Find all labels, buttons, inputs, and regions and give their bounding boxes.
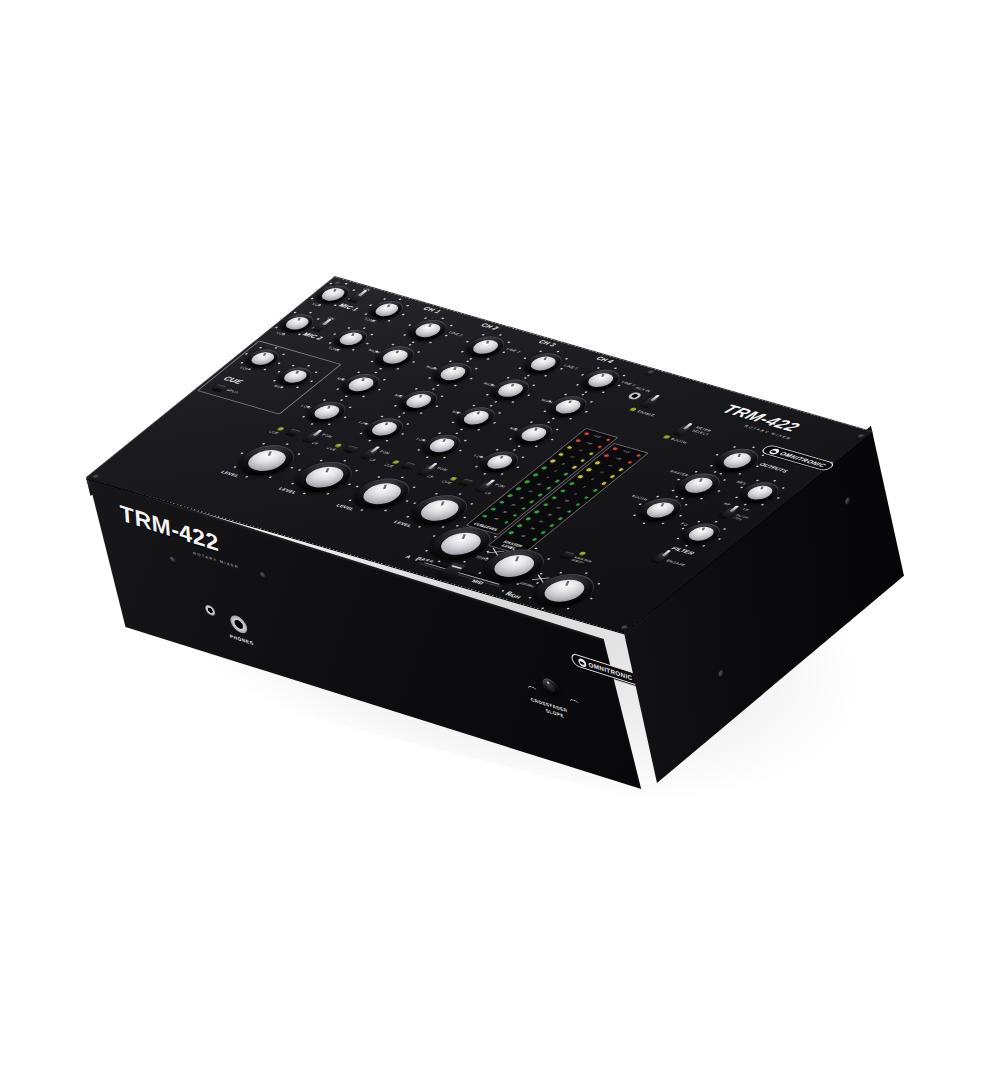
screw xyxy=(845,496,851,506)
meter-led xyxy=(627,461,633,464)
meter-led xyxy=(560,489,566,492)
meter-scale-label: -40 xyxy=(489,517,501,522)
knob-ticks xyxy=(659,509,661,510)
channel-name: CH 2 xyxy=(479,322,500,331)
channel-level-label: LEVEL xyxy=(334,503,355,511)
eq-low-knob[interactable] xyxy=(358,415,410,442)
meter-scale-label: -25 xyxy=(506,503,518,508)
meter-led xyxy=(575,503,581,506)
channel-cue-label: CUE xyxy=(267,430,279,435)
assign-cf-label: CF xyxy=(483,491,492,495)
meter-scale-label: -10 xyxy=(560,499,572,504)
knob-ticks xyxy=(266,460,268,461)
meter-led xyxy=(524,480,530,483)
channel-cue-label: CUE xyxy=(382,463,394,468)
knob-ticks xyxy=(700,533,702,534)
assign-pgm-label: PGM xyxy=(320,433,333,439)
meter-scale-label: 0 xyxy=(586,478,598,483)
meter-led xyxy=(546,486,552,489)
knob-ticks xyxy=(542,363,544,364)
meter-led xyxy=(601,482,607,485)
channel-cue-label: CUE xyxy=(440,480,452,485)
meter-led xyxy=(532,473,538,476)
eq-knob-label: LOW xyxy=(468,453,485,460)
meter-scale-label: -10 xyxy=(532,482,544,487)
meter-scale-label: -25 xyxy=(534,520,546,525)
channel-name: CH 3 xyxy=(537,339,558,348)
meter-led xyxy=(508,531,514,534)
product-photo-scene: TRM-422 ROTARY MIXER PHONES CROSSFADER S… xyxy=(0,0,1000,1080)
phones-label: PHONES xyxy=(229,634,254,647)
assign-pgm-label: PGM xyxy=(493,483,506,489)
eq-knob-label: HIGH xyxy=(421,364,438,371)
meter-led xyxy=(515,487,521,490)
meter-led xyxy=(609,475,615,478)
channel-level-label: LEVEL xyxy=(219,470,240,478)
knob-ticks xyxy=(567,406,569,407)
knob-ticks xyxy=(498,461,500,462)
meter-led xyxy=(551,496,557,499)
eq-mid-knob[interactable] xyxy=(508,421,560,448)
meter-led xyxy=(529,500,535,503)
meter-scale-label: +3 xyxy=(595,471,607,476)
meter-led xyxy=(534,510,540,513)
meter-scale-label: +6 xyxy=(603,464,615,469)
assign-pgm-label: PGM xyxy=(378,450,391,456)
knob-ticks xyxy=(417,400,419,401)
channel-cue-button[interactable] xyxy=(401,462,416,470)
knob-ticks xyxy=(394,356,396,357)
meter-led xyxy=(516,524,522,527)
meter-led xyxy=(612,447,618,450)
channel-assign-toggle[interactable] xyxy=(360,449,378,459)
eq-low-knob[interactable] xyxy=(416,432,468,459)
meter-led xyxy=(554,479,560,482)
channel-cue-button[interactable] xyxy=(344,445,359,453)
knob-ticks xyxy=(460,543,462,544)
meter-led xyxy=(594,461,600,464)
meter-led xyxy=(605,438,611,441)
eq-high-knob[interactable] xyxy=(369,343,421,370)
meter-led xyxy=(597,445,603,448)
eq-high-knob[interactable] xyxy=(427,360,479,387)
meter-led xyxy=(531,538,537,541)
meter-led xyxy=(490,508,496,511)
meter-scale-label: CLIP xyxy=(591,434,603,439)
knob-ticks xyxy=(360,384,362,385)
meter-led xyxy=(583,432,589,435)
meter-scale-label: +10 xyxy=(583,441,595,446)
knob-ticks xyxy=(759,492,761,493)
channel-cue-button[interactable] xyxy=(286,429,301,437)
phones-jack-quarter[interactable] xyxy=(229,613,249,635)
meter-led xyxy=(577,475,583,478)
meter-led xyxy=(549,524,555,527)
channel-name: CH 4 xyxy=(595,355,616,364)
input-select-knob[interactable] xyxy=(517,350,569,377)
meter-scale-label: -15 xyxy=(551,506,563,511)
meter-led xyxy=(541,466,547,469)
knob-ticks xyxy=(475,417,477,418)
screw xyxy=(169,556,176,564)
channel-assign-toggle[interactable] xyxy=(418,465,436,475)
eq-mid-knob[interactable] xyxy=(450,404,502,431)
meter-led xyxy=(583,496,589,499)
eq-knob-label: HIGH xyxy=(479,381,496,388)
knob-ticks xyxy=(439,510,441,511)
knob-ticks xyxy=(533,434,535,435)
input-select-label: LINE 2 xyxy=(620,381,636,388)
meter-led xyxy=(507,494,513,497)
knob-ticks xyxy=(326,411,328,412)
meter-led xyxy=(563,473,569,476)
meter-led xyxy=(503,521,509,524)
knob-ticks xyxy=(736,460,738,461)
meter-scale-label: -15 xyxy=(523,489,535,494)
eq-knob-label: HIGH xyxy=(364,348,381,355)
eq-knob-label: MID xyxy=(445,409,462,416)
meter-led xyxy=(568,482,574,485)
meter-scale-label: -30 xyxy=(498,510,510,515)
meter-led xyxy=(540,531,546,534)
meter-led xyxy=(549,460,555,463)
eq-knob-label: LOW xyxy=(295,403,312,410)
input-select-knob[interactable] xyxy=(460,333,512,360)
meter-led xyxy=(618,468,624,471)
meter-scale-label: -30 xyxy=(525,527,537,532)
knob-ticks xyxy=(484,346,486,347)
meter-scale-label: -20 xyxy=(542,513,554,518)
input-select-knob[interactable] xyxy=(575,367,627,394)
eq-knob-label: MID xyxy=(387,392,404,399)
meter-led xyxy=(512,514,518,517)
meter-scale-label: -6 xyxy=(568,492,580,497)
channel-cue-label: CUE xyxy=(325,447,337,452)
meter-scale-label: -40 xyxy=(516,534,528,539)
meter-led xyxy=(586,468,592,471)
meter-scale-label: +10 xyxy=(612,457,624,462)
meter-led xyxy=(592,489,598,492)
knob-ticks xyxy=(381,493,383,494)
meter-led xyxy=(571,466,577,469)
channel-level-label: LEVEL xyxy=(277,487,298,495)
screw xyxy=(718,669,724,679)
slope-curve-icon xyxy=(527,685,537,695)
knob-ticks xyxy=(698,485,700,486)
eq-mid-knob[interactable] xyxy=(335,371,387,398)
slope-curve-icon xyxy=(569,698,579,708)
meter-led xyxy=(498,501,504,504)
channel-level-label: LEVEL xyxy=(392,520,413,528)
meter-led xyxy=(520,507,526,510)
meter-led xyxy=(580,459,586,462)
eq-low-knob[interactable] xyxy=(474,448,526,475)
eq-high-knob[interactable] xyxy=(484,376,536,403)
eq-knob-label: MID xyxy=(329,375,346,382)
eq-knob-label: HIGH xyxy=(537,398,554,405)
meter-scale-label: +3 xyxy=(566,455,578,460)
meter-led xyxy=(566,446,572,449)
meter-scale-label: -3 xyxy=(577,485,589,490)
meter-scale-label: -20 xyxy=(515,496,527,501)
meter-led xyxy=(635,454,641,457)
assign-cf-label: CF xyxy=(310,442,319,446)
crossfader-slope-knob[interactable] xyxy=(541,676,560,697)
meter-led xyxy=(558,453,564,456)
knob-ticks xyxy=(513,565,515,566)
screw xyxy=(259,571,266,579)
knob-ticks xyxy=(509,389,511,390)
meter-scale-label: CLIP xyxy=(621,450,633,455)
meter-led xyxy=(525,517,531,520)
input-select-knob[interactable] xyxy=(402,317,454,344)
eq-mid-knob[interactable] xyxy=(393,387,445,414)
eq-low-knob[interactable] xyxy=(301,398,353,425)
assign-cf-label: CF xyxy=(368,458,377,462)
channel-assign-toggle[interactable] xyxy=(475,482,493,492)
meter-led xyxy=(542,503,548,506)
phones-jack-mini[interactable] xyxy=(204,604,216,617)
channel-cue-button[interactable] xyxy=(459,478,474,486)
knob-ticks xyxy=(452,373,454,374)
eq-knob-label: LOW xyxy=(410,436,427,443)
eq-knob-label: MID xyxy=(502,425,519,432)
channel-name: CH 1 xyxy=(422,305,443,314)
assign-cf-label: CF xyxy=(425,475,434,479)
meter-led xyxy=(566,510,572,513)
meter-led xyxy=(603,454,609,457)
eq-knob-label: LOW xyxy=(353,420,370,427)
knob-ticks xyxy=(600,380,602,381)
meter-scale-label: -6 xyxy=(540,476,552,481)
channel-assign-toggle[interactable] xyxy=(303,432,321,442)
knob-ticks xyxy=(563,590,565,591)
meter-scale-label: 0 xyxy=(557,462,569,467)
meter-led xyxy=(575,439,581,442)
meter-led xyxy=(557,517,563,520)
meter-led xyxy=(537,493,543,496)
meter-scale-label: +6 xyxy=(574,448,586,453)
knob-ticks xyxy=(441,445,443,446)
meter-scale-label: -3 xyxy=(549,469,561,474)
meter-led xyxy=(588,452,594,455)
knob-ticks xyxy=(427,330,429,331)
knob-ticks xyxy=(323,476,325,477)
assign-pgm-label: PGM xyxy=(436,467,449,473)
knob-ticks xyxy=(383,428,385,429)
meter-led xyxy=(481,514,487,517)
brand-logo-icon xyxy=(577,657,587,667)
eq-high-knob[interactable] xyxy=(542,393,594,420)
